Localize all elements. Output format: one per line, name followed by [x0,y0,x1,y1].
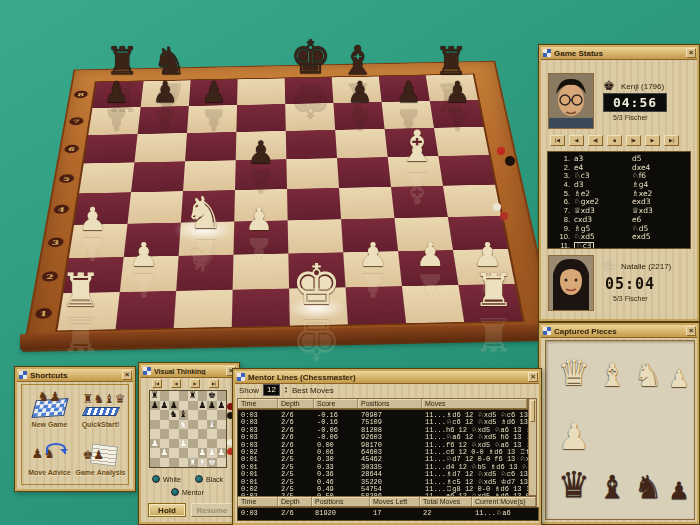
mini-square [150,458,160,468]
mini-square [207,429,217,439]
mentor-line-row[interactable]: 0:012/50.333033511...d4 12 ♘b5 ♗d6 13 ♘x… [238,464,529,471]
thinking-vcr-3[interactable]: ▶| [209,379,219,388]
close-icon[interactable]: × [686,48,696,58]
mentor-lines-list[interactable]: 0:032/6-0.167090711...♗d6 12 ♘xd5 ♘c6 13… [237,409,530,500]
thinking-vcr-controls: |◀◀▶▶| [152,379,219,388]
panel-icon [143,367,151,375]
reflection-d5: ♟ [247,166,275,197]
mini-square [179,458,189,468]
vcr-button-5[interactable]: ▶ [645,135,660,146]
status-header: Current Move(s) [472,497,536,506]
square-b5[interactable] [131,161,185,192]
scrollbar-thumb[interactable] [530,400,535,422]
status-header: Positions [312,497,370,506]
mini-square [179,448,189,458]
game-status-titlebar[interactable]: Game Status × [541,47,697,60]
mini-square: ♟ [198,401,208,411]
vcr-button-6[interactable]: ▶| [664,135,679,146]
mini-square [217,458,227,468]
mini-square [188,410,198,420]
square-a5[interactable] [79,162,134,193]
mini-square [150,410,160,420]
square-f5[interactable] [337,157,391,188]
chessmaster-screen: 12345678abcdefgh ♜♜♚♚♜♜♟♟♟♟♟♟♟♟♟♟♞♞♟♟♝♝♟… [0,0,700,525]
black-pawn-a7[interactable]: ♟ [103,78,129,107]
captured-white-piece: ♟ [668,367,690,391]
captured-white-piece: ♞ [634,359,663,391]
rail-led-2 [493,203,501,211]
white-bishop-g5[interactable]: ♝ [398,125,437,168]
radio-mentor-label: Mentor [182,489,204,496]
shortcut-move-advice[interactable]: ♟♞Move Advice [24,435,75,483]
mentor-toolbar: Show 12 ▲▼ Best Moves [239,384,334,396]
mini-square [188,401,198,411]
game-analysis-icon: ♚♟ [81,441,121,467]
status-header: Time [238,497,278,506]
mentor-line-row[interactable]: 0:012/50.463522011...♗c5 12 ♘xd5 ♔d7 13 … [238,479,529,486]
mentor-scrollbar[interactable] [528,398,537,496]
mini-square [188,439,198,449]
mentor-titlebar[interactable]: Mentor Lines (Chessmaster) × [235,371,539,384]
mini-square [217,420,227,430]
mini-square [179,391,189,401]
status-header: Total Moves [420,497,472,506]
reflection-h1: ♜ [473,311,514,357]
mini-square [198,420,208,430]
radio-dot [152,475,160,483]
reflection-c7: ♟ [201,105,227,134]
player-black-clock: 04:56 [603,93,667,112]
mini-square: ♜ [188,458,198,468]
mini-square [150,420,160,430]
mentor-line-row[interactable]: 0:012/50.362864411...♗d7 12 ♘xd5 ♘c6 13 … [238,471,529,478]
mentor-line-row[interactable]: 0:032/60.009817011...f6 12 ♘xd5 ♘a6 13 ♗… [238,442,529,449]
rail-led-0 [497,147,505,155]
rank-label-6: 6 [64,145,80,153]
move-list[interactable]: 1.a3d52.e4dxe43.♘c3♘f64.d3♗g45.♗e2♗xe26.… [547,151,691,249]
rank-label-4: 4 [53,205,70,214]
square-d7[interactable] [236,104,285,132]
reflection-e8: ♚ [290,78,331,124]
square-a6[interactable] [84,134,138,163]
captured-black-piece: ♛ [558,467,590,503]
captured-tray: ♛♝♞♟♟♛♝♞♟ [545,340,695,520]
white-rook-h1[interactable]: ♜ [473,267,514,313]
status-header: Moves Left [370,497,420,506]
reflection-e1: ♚ [291,311,341,367]
white-pawn-b2[interactable]: ♟ [129,238,159,271]
thinking-vcr-2[interactable]: ▶ [190,379,200,388]
rail-led-3 [500,212,508,220]
square-e4[interactable] [287,188,341,220]
mentor-line-row[interactable]: 0:032/6-0.069260311...♘a6 12 ♘xd5 h6 13 … [238,434,529,441]
time-control-label: 5/3 Fischer [613,295,648,302]
mini-square: ♟ [217,448,227,458]
square-c1[interactable] [174,290,233,328]
thinking-mini-board: ♜♜♚♟♟♟♟♟♟♞♝♞♝♟♟♟♟♟♟♜♜♚ [149,390,227,468]
square-e5[interactable] [286,158,339,189]
captured-white-piece: ♛ [558,355,590,391]
mentor-line-row[interactable]: 0:032/6-0.167090711...♗d6 12 ♘xd5 ♘c6 13… [238,412,529,419]
shortcuts-grid: ♞♟New Game♜♞♝♛QuickStart!♟♞Move Advice♚♟… [21,384,129,485]
col-header-depth[interactable]: Depth [278,399,314,408]
player-black-name: Kenji (1796) [621,82,664,91]
mentor-line-row[interactable]: 0:032/6-0.167510911...♘c6 12 ♘xd5 ♗d6 13… [238,419,529,426]
captured-black-piece: ♟ [668,479,690,503]
mini-square [169,448,179,458]
radio-black[interactable]: Black [195,475,223,483]
white-pawn-g2[interactable]: ♟ [415,238,445,271]
game-status-panel: Game Status × ♚ Kenji (1796) 04:56 5/3 F… [538,44,700,322]
mini-square [169,429,179,439]
rank-label-2: 2 [41,271,59,281]
white-pawn-f2[interactable]: ♟ [358,238,388,271]
black-bishop-f8[interactable]: ♝ [340,40,376,80]
mini-square: ♟ [160,401,170,411]
mini-square: ♞ [179,420,189,430]
panel-title: Visual Thinking [154,368,226,375]
col-header-score[interactable]: Score [314,399,358,408]
resume-button[interactable]: Resume [191,503,233,517]
avatar-kenji [548,73,594,129]
panel-title: Mentor Lines (Chessmaster) [248,373,528,382]
mini-square [188,429,198,439]
mini-square: ♜ [198,458,208,468]
panel-icon [237,373,245,381]
quickstart-icon: ♜♞♝♛ [81,393,121,419]
visual-thinking-panel: Visual Thinking × |◀◀▶▶| ♜♜♚♟♟♟♟♟♟♞♝♞♝♟♟… [138,362,240,525]
panel-title: Shortcuts [30,371,122,380]
square-e3[interactable] [288,219,344,253]
radio-black-label: Black [206,476,223,483]
mini-square: ♚ [207,458,217,468]
white-pawn-a3[interactable]: ♟ [78,203,107,235]
mentor-line-row[interactable]: 0:032/6-0.068120811...h6 12 ♘xd5 ♘a6 13 … [238,427,529,434]
best-moves-label: Best Moves [292,386,334,395]
mini-square: ♞ [169,410,179,420]
vcr-button-1[interactable]: ◀ [569,135,584,146]
mini-square [160,420,170,430]
rank-label-5: 5 [59,174,75,183]
shortcuts-panel: Shortcuts × ♞♟New Game♜♞♝♛QuickStart!♟♞M… [14,366,136,492]
square-f4[interactable] [339,187,394,219]
shortcut-label: New Game [32,421,68,428]
shortcut-quickstart[interactable]: ♜♞♝♛QuickStart! [75,387,126,435]
square-h4[interactable] [443,185,501,217]
captured-white-piece: ♝ [598,359,627,391]
mini-square: ♟ [179,439,189,449]
show-count-field[interactable]: 12 [263,384,280,396]
close-icon[interactable]: × [528,372,538,382]
col-header-time[interactable]: Time [238,399,278,408]
avatar-natalie [548,255,594,311]
radio-white[interactable]: White [152,475,181,483]
mini-square: ♟ [150,439,160,449]
captured-black-piece: ♞ [634,471,663,503]
mini-square [169,420,179,430]
vcr-button-2[interactable]: ◀| [588,135,603,146]
rank-label-8: 8 [73,91,88,99]
square-b6[interactable] [134,133,187,162]
captured-black-piece: ♝ [598,471,627,503]
spinner-control[interactable]: ▲▼ [284,386,288,394]
player-white-name: Natalie (2217) [621,262,671,271]
black-pawn-d5[interactable]: ♟ [247,137,275,168]
show-label: Show [239,386,259,395]
radio-dot [195,475,203,483]
mentor-status-row: 0:032/681920172211...♘a6 [237,507,539,521]
mini-square [169,439,179,449]
panel-icon [543,327,551,335]
thinking-vcr-1[interactable]: ◀ [171,379,181,388]
mini-square [198,410,208,420]
mini-square: ♟ [207,401,217,411]
shortcut-label: Move Advice [28,469,71,476]
mini-square [169,458,179,468]
panel-title: Captured Pieces [554,327,686,336]
shortcut-game-analysis[interactable]: ♚♟Game Analysis [75,435,126,483]
mini-square: ♝ [207,420,217,430]
rank-label-3: 3 [47,237,64,247]
shortcut-label: QuickStart! [82,421,120,428]
shortcuts-titlebar[interactable]: Shortcuts × [17,369,133,382]
col-header-moves[interactable]: Moves [422,399,527,408]
col-header-positions[interactable]: Positions [358,399,422,408]
panel-title: Game Status [554,49,686,58]
mentor-lines-panel: Mentor Lines (Chessmaster) × Show 12 ▲▼ … [232,368,542,525]
mini-square: ♟ [150,401,160,411]
black-king-icon: ♚ [603,79,615,92]
mini-square [198,429,208,439]
move-row[interactable]: 11.♘c3 [548,242,690,249]
vcr-controls: |◀◀◀|■|▶▶▶| [550,135,679,146]
black-king-e8[interactable]: ♚ [290,34,331,80]
square-e6[interactable] [286,130,337,159]
black-pawn-c7[interactable]: ♟ [201,78,227,107]
white-pawn-d3[interactable]: ♟ [245,203,274,235]
mentor-line-row[interactable]: 0:022/50.495475411...♖g8 12 0-0 ♗d6 13 ♖… [238,486,529,493]
white-knight-c3[interactable]: ♞ [184,191,223,235]
rail-led-1 [505,156,515,166]
hold-button[interactable]: Hold [148,503,186,517]
black-pawn-b7[interactable]: ♟ [152,78,178,107]
vcr-button-0[interactable]: |◀ [550,135,565,146]
black-pawn-g7[interactable]: ♟ [396,78,422,107]
radio-dot [171,488,179,496]
square-d8[interactable] [237,78,285,105]
reflection-a1: ♜ [60,311,101,357]
captured-white-piece: ♟ [558,419,590,455]
square-d1[interactable] [232,289,290,327]
panel-icon [543,49,551,57]
mentor-line-row[interactable]: 0:022/60.066460311...c6 12 0-0 ♗d6 13 ♖f… [238,449,529,456]
mentor-column-headers[interactable]: TimeDepthScorePositionsMoves [237,398,528,409]
status-header: Depth [278,497,312,506]
reflection-g5: ♝ [398,166,437,209]
black-pawn-h7[interactable]: ♟ [445,78,471,107]
spin-down-icon: ▼ [284,390,288,394]
new-game-icon: ♞♟ [30,393,70,419]
rank-label-7: 7 [69,117,84,125]
mini-square: ♟ [217,401,227,411]
black-pawn-f7[interactable]: ♟ [347,78,373,107]
panel-icon [19,371,27,379]
mini-square [160,410,170,420]
radio-mentor[interactable]: Mentor [171,488,204,496]
radio-white-label: White [163,476,181,483]
mentor-status-headers: TimeDepthPositionsMoves LeftTotal MovesC… [237,496,537,507]
mini-square [188,420,198,430]
square-h5[interactable] [438,155,495,186]
mentor-line-row[interactable]: 0:012/50.304546211...♘d7 12 0-0 f6 13 ♘x… [238,456,529,463]
mini-square [150,448,160,458]
close-icon[interactable]: × [686,326,696,336]
visual-thinking-titlebar[interactable]: Visual Thinking × [141,365,237,378]
white-king-icon: ♔ [603,259,615,272]
thinking-vcr-0[interactable]: |◀ [152,379,162,388]
square-b4[interactable] [127,191,183,224]
mini-square [217,429,227,439]
mini-square: ♟ [160,448,170,458]
white-rook-a1[interactable]: ♜ [60,267,101,313]
vcr-button-4[interactable]: |▶ [626,135,641,146]
vcr-button-3[interactable]: ■ [607,135,622,146]
time-control-label: 5/3 Fischer [613,114,648,121]
mini-square: ♜ [188,391,198,401]
shortcut-new-game[interactable]: ♞♟New Game [24,387,75,435]
captured-titlebar[interactable]: Captured Pieces × [541,325,697,338]
mini-square [217,410,227,420]
shortcut-label: Game Analysis [76,469,126,476]
player-white-clock: 05:04 [605,275,655,293]
move-advice-icon: ♟♞ [30,441,70,467]
reflection-c3: ♞ [184,233,223,277]
mini-square [160,458,170,468]
captured-pieces-panel: Captured Pieces × ♛♝♞♟♟♛♝♞♟ [538,322,700,525]
white-king-e1[interactable]: ♚ [291,257,341,313]
close-icon[interactable]: × [122,370,132,380]
mini-square [160,429,170,439]
rank-label-1: 1 [35,307,53,318]
